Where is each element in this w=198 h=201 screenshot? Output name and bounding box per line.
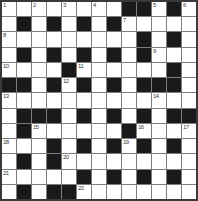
clue-number-6: 6 — [183, 2, 186, 9]
blocked-cell-r9c9 — [137, 139, 151, 153]
cell-r9c4[interactable] — [62, 139, 76, 153]
cell-r8c9[interactable]: 16 — [137, 124, 151, 138]
cell-r12c12[interactable] — [182, 185, 196, 199]
cell-r2c2[interactable] — [32, 32, 46, 46]
cell-r3c6[interactable] — [92, 48, 106, 62]
cell-r2c3[interactable] — [47, 32, 61, 46]
cell-r1c11[interactable] — [167, 17, 181, 31]
blocked-cell-r0c11 — [167, 2, 181, 16]
cell-r9c8[interactable]: 19 — [122, 139, 136, 153]
cell-r1c9[interactable] — [137, 17, 151, 31]
cell-r11c4[interactable] — [62, 170, 76, 184]
cell-r1c4[interactable] — [62, 17, 76, 31]
blocked-cell-r1c1 — [17, 17, 31, 31]
blocked-cell-r11c9 — [137, 170, 151, 184]
cell-r10c9[interactable] — [137, 154, 151, 168]
cell-r4c0[interactable]: 10 — [2, 63, 16, 77]
blocked-cell-r4c11 — [167, 63, 181, 77]
cell-r4c10[interactable] — [152, 63, 166, 77]
clue-number-22: 22 — [78, 185, 84, 192]
cell-r2c1[interactable] — [17, 32, 31, 46]
cell-r4c1[interactable] — [17, 63, 31, 77]
clue-number-14: 14 — [153, 93, 159, 100]
blocked-cell-r1c5 — [77, 17, 91, 31]
cell-r2c5[interactable] — [77, 32, 91, 46]
blocked-cell-r0c8 — [122, 2, 136, 16]
blocked-cell-r11c7 — [107, 170, 121, 184]
cell-r9c12[interactable] — [182, 139, 196, 153]
blocked-cell-r8c1 — [17, 124, 31, 138]
cell-r6c4[interactable] — [62, 93, 76, 107]
blocked-cell-r12c1 — [17, 185, 31, 199]
cell-r12c11[interactable] — [167, 185, 181, 199]
clue-number-1: 1 — [3, 2, 6, 9]
cell-r0c7[interactable] — [107, 2, 121, 16]
clue-number-5: 5 — [153, 2, 156, 9]
blocked-cell-r5c0 — [2, 78, 16, 92]
cell-r4c7[interactable] — [107, 63, 121, 77]
clue-number-15: 15 — [33, 124, 39, 131]
blocked-cell-r1c3 — [47, 17, 61, 31]
cell-r8c2[interactable]: 15 — [32, 124, 46, 138]
blocked-cell-r7c5 — [77, 109, 91, 123]
cell-r2c0[interactable]: 8 — [2, 32, 16, 46]
cell-r2c8[interactable] — [122, 32, 136, 46]
blocked-cell-r7c12 — [182, 109, 196, 123]
cell-r0c5[interactable] — [77, 2, 91, 16]
cell-r10c5[interactable] — [77, 154, 91, 168]
cell-r7c6[interactable] — [92, 109, 106, 123]
cell-r11c0[interactable]: 21 — [2, 170, 16, 184]
cell-r8c0[interactable] — [2, 124, 16, 138]
clue-number-21: 21 — [3, 170, 9, 177]
cell-r12c6[interactable] — [92, 185, 106, 199]
blocked-cell-r3c7 — [107, 48, 121, 62]
cell-r9c1[interactable] — [17, 139, 31, 153]
clue-number-13: 13 — [3, 93, 9, 100]
cell-r8c12[interactable]: 17 — [182, 124, 196, 138]
crossword-puzzle: 12345678910111213141516171819202122 — [0, 0, 198, 201]
cell-r10c11[interactable] — [167, 154, 181, 168]
blocked-cell-r3c1 — [17, 48, 31, 62]
cell-r10c0[interactable] — [2, 154, 16, 168]
cell-r0c12[interactable]: 6 — [182, 2, 196, 16]
cell-r6c10[interactable]: 14 — [152, 93, 166, 107]
cell-r3c12[interactable] — [182, 48, 196, 62]
cell-r12c0[interactable] — [2, 185, 16, 199]
cell-r12c9[interactable] — [137, 185, 151, 199]
blocked-cell-r1c7 — [107, 17, 121, 31]
clue-number-18: 18 — [3, 139, 9, 146]
cell-r2c6[interactable] — [92, 32, 106, 46]
blocked-cell-r11c5 — [77, 170, 91, 184]
blocked-cell-r5c10 — [152, 78, 166, 92]
cell-r6c11[interactable] — [167, 93, 181, 107]
blocked-cell-r2c11 — [167, 32, 181, 46]
blocked-cell-r4c4 — [62, 63, 76, 77]
cell-r5c2[interactable] — [32, 78, 46, 92]
cell-r3c8[interactable] — [122, 48, 136, 62]
cell-r3c4[interactable] — [62, 48, 76, 62]
cell-r12c2[interactable] — [32, 185, 46, 199]
blocked-cell-r7c3 — [47, 109, 61, 123]
cell-r0c6[interactable]: 4 — [92, 2, 106, 16]
cell-r0c2[interactable]: 2 — [32, 2, 46, 16]
blocked-cell-r9c7 — [107, 139, 121, 153]
cell-r7c10[interactable] — [152, 109, 166, 123]
cell-r0c3[interactable] — [47, 2, 61, 16]
cell-r6c9[interactable] — [137, 93, 151, 107]
blocked-cell-r3c9 — [137, 48, 151, 62]
blocked-cell-r0c9 — [137, 2, 151, 16]
cell-r8c7[interactable] — [107, 124, 121, 138]
cell-r10c12[interactable] — [182, 154, 196, 168]
cell-r4c12[interactable] — [182, 63, 196, 77]
cell-r11c8[interactable] — [122, 170, 136, 184]
cell-r9c0[interactable]: 18 — [2, 139, 16, 153]
cell-r6c3[interactable] — [47, 93, 61, 107]
cell-r3c10[interactable]: 9 — [152, 48, 166, 62]
cell-r6c2[interactable] — [32, 93, 46, 107]
clue-number-19: 19 — [123, 139, 129, 146]
cell-r2c12[interactable] — [182, 32, 196, 46]
cell-r8c5[interactable] — [77, 124, 91, 138]
blocked-cell-r7c11 — [167, 109, 181, 123]
cell-r3c0[interactable] — [2, 48, 16, 62]
cell-r10c4[interactable]: 20 — [62, 154, 76, 168]
blocked-cell-r7c9 — [137, 109, 151, 123]
cell-r1c8[interactable]: 7 — [122, 17, 136, 31]
blocked-cell-r5c11 — [167, 78, 181, 92]
blocked-cell-r10c3 — [47, 154, 61, 168]
cell-r11c12[interactable] — [182, 170, 196, 184]
cell-r0c1[interactable] — [17, 2, 31, 16]
cell-r1c10[interactable] — [152, 17, 166, 31]
clue-number-3: 3 — [63, 2, 66, 9]
cell-r8c3[interactable] — [47, 124, 61, 138]
cell-r2c10[interactable] — [152, 32, 166, 46]
cell-r0c0[interactable]: 1 — [2, 2, 16, 16]
cell-r4c3[interactable] — [47, 63, 61, 77]
cell-r5c6[interactable] — [92, 78, 106, 92]
clue-number-8: 8 — [3, 32, 6, 39]
cell-r4c8[interactable] — [122, 63, 136, 77]
clue-number-10: 10 — [3, 63, 9, 70]
cell-r6c8[interactable] — [122, 93, 136, 107]
cell-r1c12[interactable] — [182, 17, 196, 31]
cell-r4c5[interactable]: 11 — [77, 63, 91, 77]
cell-r1c0[interactable] — [2, 17, 16, 31]
cell-r1c6[interactable] — [92, 17, 106, 31]
cell-r10c8[interactable] — [122, 154, 136, 168]
blocked-cell-r11c11 — [167, 170, 181, 184]
blocked-cell-r7c2 — [32, 109, 46, 123]
cell-r5c4[interactable]: 12 — [62, 78, 76, 92]
blocked-cell-r9c3 — [47, 139, 61, 153]
blocked-cell-r7c1 — [17, 109, 31, 123]
blocked-cell-r12c3 — [47, 185, 61, 199]
blocked-cell-r7c7 — [107, 109, 121, 123]
cell-r10c10[interactable] — [152, 154, 166, 168]
cell-r8c11[interactable] — [167, 124, 181, 138]
blocked-cell-r5c7 — [107, 78, 121, 92]
cell-r4c2[interactable] — [32, 63, 46, 77]
cell-r7c4[interactable] — [62, 109, 76, 123]
clue-number-9: 9 — [153, 48, 156, 55]
cell-r7c8[interactable] — [122, 109, 136, 123]
blocked-cell-r10c1 — [17, 154, 31, 168]
blocked-cell-r3c5 — [77, 48, 91, 62]
blocked-cell-r9c11 — [167, 139, 181, 153]
blocked-cell-r12c4 — [62, 185, 76, 199]
cell-r0c4[interactable]: 3 — [62, 2, 76, 16]
blocked-cell-r5c1 — [17, 78, 31, 92]
blocked-cell-r5c5 — [77, 78, 91, 92]
cell-r6c5[interactable] — [77, 93, 91, 107]
cell-r9c2[interactable] — [32, 139, 46, 153]
clue-number-16: 16 — [138, 124, 144, 131]
clue-number-20: 20 — [63, 154, 69, 161]
cell-r12c10[interactable] — [152, 185, 166, 199]
cell-r0c10[interactable]: 5 — [152, 2, 166, 16]
cell-r3c11[interactable] — [167, 48, 181, 62]
cell-r12c7[interactable] — [107, 185, 121, 199]
cell-r11c3[interactable] — [47, 170, 61, 184]
cell-r5c12[interactable] — [182, 78, 196, 92]
clue-number-2: 2 — [33, 2, 36, 9]
cell-r10c7[interactable] — [107, 154, 121, 168]
cell-r11c1[interactable] — [17, 170, 31, 184]
blocked-cell-r2c9 — [137, 32, 151, 46]
cell-r12c5[interactable]: 22 — [77, 185, 91, 199]
cell-r6c0[interactable]: 13 — [2, 93, 16, 107]
cell-r4c6[interactable] — [92, 63, 106, 77]
clue-number-4: 4 — [93, 2, 96, 9]
cell-r10c2[interactable] — [32, 154, 46, 168]
blocked-cell-r9c5 — [77, 139, 91, 153]
clue-number-17: 17 — [183, 124, 189, 131]
cell-r6c6[interactable] — [92, 93, 106, 107]
cell-r8c4[interactable] — [62, 124, 76, 138]
cell-r7c0[interactable] — [2, 109, 16, 123]
cell-r6c7[interactable] — [107, 93, 121, 107]
cell-r2c7[interactable] — [107, 32, 121, 46]
blocked-cell-r5c9 — [137, 78, 151, 92]
cell-r10c6[interactable] — [92, 154, 106, 168]
cell-r6c12[interactable] — [182, 93, 196, 107]
cell-r11c6[interactable] — [92, 170, 106, 184]
clue-number-12: 12 — [63, 78, 69, 85]
clue-number-7: 7 — [123, 17, 126, 24]
cell-r11c2[interactable] — [32, 170, 46, 184]
clue-number-11: 11 — [78, 63, 83, 70]
crossword-grid: 12345678910111213141516171819202122 — [0, 0, 198, 201]
cell-r5c8[interactable] — [122, 78, 136, 92]
cell-r6c1[interactable] — [17, 93, 31, 107]
cell-r1c2[interactable] — [32, 17, 46, 31]
cell-r11c10[interactable] — [152, 170, 166, 184]
cell-r9c10[interactable] — [152, 139, 166, 153]
cell-r12c8[interactable] — [122, 185, 136, 199]
cell-r9c6[interactable] — [92, 139, 106, 153]
blocked-cell-r8c8 — [122, 124, 136, 138]
blocked-cell-r3c3 — [47, 48, 61, 62]
cell-r8c6[interactable] — [92, 124, 106, 138]
cell-r8c10[interactable] — [152, 124, 166, 138]
blocked-cell-r5c3 — [47, 78, 61, 92]
cell-r2c4[interactable] — [62, 32, 76, 46]
cell-r4c9[interactable] — [137, 63, 151, 77]
cell-r3c2[interactable] — [32, 48, 46, 62]
